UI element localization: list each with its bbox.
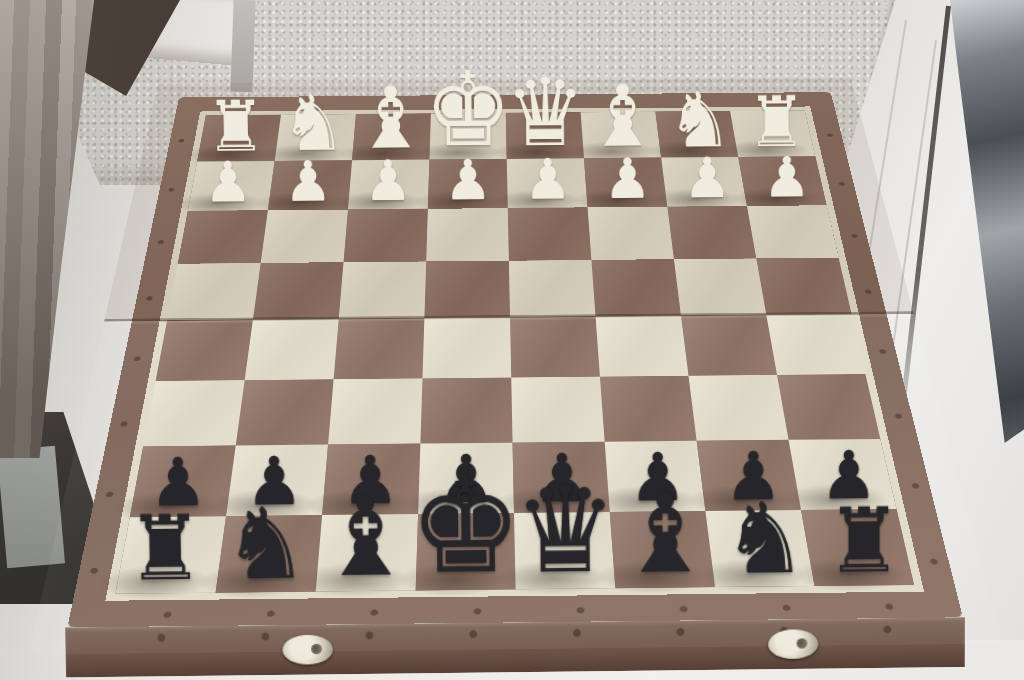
white-pawn[interactable]: ♟ [763,151,811,204]
square-f4[interactable] [339,261,426,318]
white-pawn[interactable]: ♟ [203,156,252,210]
black-knight[interactable]: ♞ [222,497,308,591]
white-king[interactable]: ♚ [423,60,512,159]
square-e5[interactable] [422,317,511,378]
black-rook[interactable]: ♜ [126,506,205,592]
square-c5[interactable] [596,315,689,376]
square-g3[interactable] [261,210,348,263]
square-b4[interactable] [674,258,766,315]
white-pawn[interactable]: ♟ [443,154,491,208]
square-g8[interactable]: ♞ [216,515,323,593]
black-bishop[interactable]: ♝ [617,482,712,587]
square-g6[interactable] [236,379,334,445]
photo-scene: ♜♞♝♚♛♝♞♜♟♟♟♟♟♟♟♟♟♟♟♟♟♟♟♟♜♞♝♚♛♝♞♜ [0,0,1024,680]
square-f3[interactable] [343,209,427,262]
square-d3[interactable] [508,207,592,260]
square-e3[interactable] [426,208,509,261]
board-front-face [65,617,965,677]
square-d5[interactable] [510,316,600,377]
white-pawn[interactable]: ♟ [523,153,571,206]
black-bishop[interactable]: ♝ [317,485,413,590]
white-queen[interactable]: ♛ [504,68,585,158]
square-e4[interactable] [424,261,510,318]
square-d6[interactable] [511,377,604,443]
square-h3[interactable] [178,210,268,263]
white-pawn[interactable]: ♟ [603,153,651,206]
square-b3[interactable] [667,206,756,259]
metal-latch[interactable] [282,635,333,665]
square-g4[interactable] [253,262,344,319]
square-b6[interactable] [689,375,789,441]
square-a2[interactable]: ♟ [738,156,826,206]
black-knight[interactable]: ♞ [722,491,807,585]
square-c8[interactable]: ♝ [610,511,715,588]
square-c6[interactable] [600,376,697,442]
black-queen[interactable]: ♛ [512,472,617,588]
square-a8[interactable]: ♜ [801,509,914,586]
square-d8[interactable]: ♛ [514,512,615,589]
square-f8[interactable]: ♝ [316,514,418,591]
square-h5[interactable] [156,319,253,381]
square-e6[interactable] [420,378,512,444]
square-a3[interactable] [747,205,839,258]
square-h8[interactable]: ♜ [115,516,226,594]
square-h6[interactable] [143,380,244,446]
square-a5[interactable] [766,314,865,375]
square-b8[interactable]: ♞ [705,510,814,587]
square-c3[interactable] [588,207,674,260]
white-pawn[interactable]: ♟ [283,156,332,210]
square-e2[interactable]: ♟ [428,159,508,209]
square-e8[interactable]: ♚ [416,513,516,590]
metal-latch[interactable] [768,629,818,659]
board-grid: ♜♞♝♚♛♝♞♜♟♟♟♟♟♟♟♟♟♟♟♟♟♟♟♟♜♞♝♚♛♝♞♜ [105,106,924,600]
square-b5[interactable] [681,315,777,376]
white-pawn[interactable]: ♟ [683,152,731,205]
white-pawn[interactable]: ♟ [363,155,411,209]
chess-board: ♜♞♝♚♛♝♞♜♟♟♟♟♟♟♟♟♟♟♟♟♟♟♟♟♜♞♝♚♛♝♞♜ [67,92,962,627]
square-a4[interactable] [756,258,851,315]
square-g5[interactable] [245,319,339,381]
black-rook[interactable]: ♜ [825,499,902,585]
board-scene: ♜♞♝♚♛♝♞♜♟♟♟♟♟♟♟♟♟♟♟♟♟♟♟♟♜♞♝♚♛♝♞♜ [100,0,920,680]
square-f6[interactable] [328,378,422,444]
black-king[interactable]: ♚ [407,462,522,589]
square-d4[interactable] [509,260,596,317]
square-h4[interactable] [167,263,261,320]
square-a6[interactable] [777,374,880,440]
square-f5[interactable] [334,318,425,379]
square-c4[interactable] [591,259,681,316]
